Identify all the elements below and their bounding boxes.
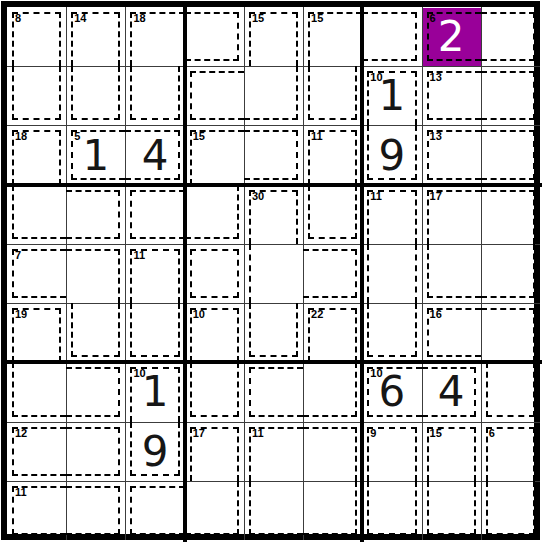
cell-r4c3[interactable] [125, 185, 184, 244]
cell-r8c2[interactable] [66, 422, 125, 481]
cell-r5c4[interactable] [185, 244, 244, 303]
cell-r6c6[interactable] [303, 303, 362, 362]
cell-r9c9[interactable] [481, 481, 540, 540]
cell-r4c6[interactable] [303, 185, 362, 244]
cell-r3c4[interactable] [185, 125, 244, 184]
cell-r9c8[interactable] [422, 481, 481, 540]
cell-r8c8[interactable] [422, 422, 481, 481]
cell-r5c9[interactable] [481, 244, 540, 303]
cell-r2c7[interactable]: 1 [362, 66, 421, 125]
cell-r5c5[interactable] [244, 244, 303, 303]
cell-r8c6[interactable] [303, 422, 362, 481]
cell-r2c9[interactable] [481, 66, 540, 125]
cell-r1c2[interactable] [66, 7, 125, 66]
cell-r5c1[interactable] [7, 244, 66, 303]
cell-r4c4[interactable] [185, 185, 244, 244]
cell-r5c8[interactable] [422, 244, 481, 303]
cell-r6c9[interactable] [481, 303, 540, 362]
cell-r9c3[interactable] [125, 481, 184, 540]
cell-r2c6[interactable] [303, 66, 362, 125]
cell-r6c7[interactable] [362, 303, 421, 362]
cell-r3c1[interactable] [7, 125, 66, 184]
cell-r6c8[interactable] [422, 303, 481, 362]
cell-r3c2[interactable]: 1 [66, 125, 125, 184]
cell-r1c6[interactable] [303, 7, 362, 66]
cell-r1c8[interactable]: 2 [422, 7, 481, 66]
cell-r6c5[interactable] [244, 303, 303, 362]
cell-r7c9[interactable] [481, 362, 540, 421]
cell-r7c2[interactable] [66, 362, 125, 421]
cell-r1c5[interactable] [244, 7, 303, 66]
cell-r8c7[interactable] [362, 422, 421, 481]
cell-r3c5[interactable] [244, 125, 303, 184]
cell-r1c9[interactable] [481, 7, 540, 66]
cell-r4c9[interactable] [481, 185, 540, 244]
cell-r7c3[interactable]: 1 [125, 362, 184, 421]
cell-r1c3[interactable] [125, 7, 184, 66]
cell-r4c5[interactable] [244, 185, 303, 244]
cell-r2c1[interactable] [7, 66, 66, 125]
cell-r7c1[interactable] [7, 362, 66, 421]
cell-r6c1[interactable] [7, 303, 66, 362]
cell-r5c2[interactable] [66, 244, 125, 303]
cell-r4c2[interactable] [66, 185, 125, 244]
cell-r3c7[interactable]: 9 [362, 125, 421, 184]
cell-r2c2[interactable] [66, 66, 125, 125]
cell-r7c6[interactable] [303, 362, 362, 421]
cell-r2c4[interactable] [185, 66, 244, 125]
cell-r5c6[interactable] [303, 244, 362, 303]
cell-r8c4[interactable] [185, 422, 244, 481]
cell-r8c3[interactable]: 9 [125, 422, 184, 481]
cell-r3c9[interactable] [481, 125, 540, 184]
cell-r6c3[interactable] [125, 303, 184, 362]
cell-r3c3[interactable]: 4 [125, 125, 184, 184]
cell-r3c8[interactable] [422, 125, 481, 184]
cell-r8c9[interactable] [481, 422, 540, 481]
cell-r9c4[interactable] [185, 481, 244, 540]
cell-r6c2[interactable] [66, 303, 125, 362]
cell-r9c2[interactable] [66, 481, 125, 540]
cell-r3c6[interactable] [303, 125, 362, 184]
cell-r9c6[interactable] [303, 481, 362, 540]
cell-r5c7[interactable] [362, 244, 421, 303]
cell-r9c1[interactable] [7, 481, 66, 540]
cell-r5c3[interactable] [125, 244, 184, 303]
cell-r6c4[interactable] [185, 303, 244, 362]
cell-r7c5[interactable] [244, 362, 303, 421]
cell-r4c7[interactable] [362, 185, 421, 244]
cell-r7c7[interactable]: 6 [362, 362, 421, 421]
cell-r1c7[interactable] [362, 7, 421, 66]
cell-r9c5[interactable] [244, 481, 303, 540]
cell-r4c8[interactable] [422, 185, 481, 244]
cell-r8c1[interactable] [7, 422, 66, 481]
cell-r8c5[interactable] [244, 422, 303, 481]
cell-r4c1[interactable] [7, 185, 66, 244]
killer-sudoku-board: 8141815156101318515111330111771119102216… [0, 0, 547, 547]
cell-r1c4[interactable] [185, 7, 244, 66]
cell-r7c4[interactable] [185, 362, 244, 421]
cell-r2c8[interactable] [422, 66, 481, 125]
cell-r9c7[interactable] [362, 481, 421, 540]
cell-r7c8[interactable]: 4 [422, 362, 481, 421]
cell-r2c5[interactable] [244, 66, 303, 125]
cell-r1c1[interactable] [7, 7, 66, 66]
cell-r2c3[interactable] [125, 66, 184, 125]
